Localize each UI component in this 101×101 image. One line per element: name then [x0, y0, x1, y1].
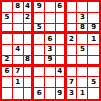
cell-r8c5[interactable]	[45, 77, 56, 88]
cell-r8c2: 1	[13, 77, 24, 88]
cell-r2c4[interactable]	[34, 13, 45, 24]
cell-r5c5: 3	[45, 45, 56, 56]
cell-r7c8[interactable]	[77, 67, 88, 78]
cell-r3c1[interactable]	[2, 24, 13, 35]
cell-r6c3: 8	[24, 56, 35, 67]
cell-r6c1: 2	[2, 56, 13, 67]
cell-r7c9[interactable]	[88, 67, 99, 78]
cell-r3c5[interactable]	[45, 24, 56, 35]
cell-r1c6: 6	[56, 2, 67, 13]
cell-r2c1: 5	[2, 13, 13, 24]
cell-r7c4[interactable]	[34, 67, 45, 78]
cell-r1c1[interactable]	[2, 2, 13, 13]
cell-r4c1[interactable]	[2, 34, 13, 45]
cell-r5c4[interactable]	[34, 45, 45, 56]
cell-r4c8[interactable]	[77, 34, 88, 45]
cell-r6c4[interactable]	[34, 56, 45, 67]
cell-r1c7[interactable]	[67, 2, 78, 13]
cell-r8c7: 7	[67, 77, 78, 88]
cell-r6c7[interactable]	[67, 56, 78, 67]
cell-r4c5: 6	[45, 34, 56, 45]
cell-r2c2[interactable]	[13, 13, 24, 24]
cell-r5c1[interactable]	[2, 45, 13, 56]
sudoku-board: 84965235896214352896741756931	[0, 0, 101, 101]
cell-r4c4[interactable]	[34, 34, 45, 45]
cell-r6c9[interactable]	[88, 56, 99, 67]
cell-r7c6: 4	[56, 67, 67, 78]
cell-r9c2[interactable]	[13, 88, 24, 99]
cell-r2c3: 2	[24, 13, 35, 24]
cell-r3c8: 8	[77, 24, 88, 35]
cell-r6c5: 9	[45, 56, 56, 67]
cell-r9c7: 3	[67, 88, 78, 99]
cell-r7c1: 6	[2, 67, 13, 78]
cell-r4c7: 2	[67, 34, 78, 45]
cell-r6c6[interactable]	[56, 56, 67, 67]
cell-r7c2: 7	[13, 67, 24, 78]
cell-r3c3[interactable]	[24, 24, 35, 35]
cell-r8c1[interactable]	[2, 77, 13, 88]
cell-r4c3[interactable]	[24, 34, 35, 45]
cell-r4c2[interactable]	[13, 34, 24, 45]
cell-r4c9: 1	[88, 34, 99, 45]
cell-r1c9[interactable]	[88, 2, 99, 13]
cell-r9c3[interactable]	[24, 88, 35, 99]
cell-r9c9[interactable]	[88, 88, 99, 99]
cell-r5c7[interactable]	[67, 45, 78, 56]
cell-r7c5[interactable]	[45, 67, 56, 78]
cell-r4c6[interactable]	[56, 34, 67, 45]
cell-r3c7[interactable]	[67, 24, 78, 35]
cell-r1c4: 9	[34, 2, 45, 13]
cell-r1c5[interactable]	[45, 2, 56, 13]
cell-r9c4: 6	[34, 88, 45, 99]
cell-r1c8[interactable]	[77, 2, 88, 13]
cell-r3c2[interactable]	[13, 24, 24, 35]
cell-r1c2: 8	[13, 2, 24, 13]
cell-r7c3[interactable]	[24, 67, 35, 78]
cell-r7c7[interactable]	[67, 67, 78, 78]
cell-r8c8[interactable]	[77, 77, 88, 88]
cell-r2c5[interactable]	[45, 13, 56, 24]
cell-r9c5[interactable]	[45, 88, 56, 99]
cell-r8c4[interactable]	[34, 77, 45, 88]
cell-r9c1[interactable]	[2, 88, 13, 99]
cell-r6c8[interactable]	[77, 56, 88, 67]
cell-r8c3[interactable]	[24, 77, 35, 88]
cell-r2c9[interactable]	[88, 13, 99, 24]
cell-r5c8: 5	[77, 45, 88, 56]
cell-r1c3: 4	[24, 2, 35, 13]
cell-r8c6[interactable]	[56, 77, 67, 88]
cell-r3c9: 9	[88, 24, 99, 35]
cell-r5c3[interactable]	[24, 45, 35, 56]
cell-r5c9[interactable]	[88, 45, 99, 56]
cell-r9c6: 9	[56, 88, 67, 99]
cell-r3c6[interactable]	[56, 24, 67, 35]
cell-r5c2: 4	[13, 45, 24, 56]
cell-r2c8: 3	[77, 13, 88, 24]
cell-r9c8: 1	[77, 88, 88, 99]
cell-r5c6[interactable]	[56, 45, 67, 56]
cell-r8c9: 5	[88, 77, 99, 88]
cell-r2c7[interactable]	[67, 13, 78, 24]
cell-r6c2[interactable]	[13, 56, 24, 67]
cell-r2c6[interactable]	[56, 13, 67, 24]
cell-r3c4: 5	[34, 24, 45, 35]
